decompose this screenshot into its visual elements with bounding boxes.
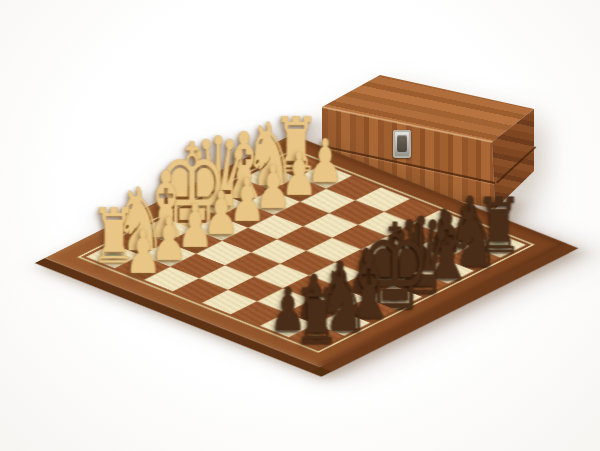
black-rook-h8[interactable]: ♜ <box>293 279 339 355</box>
box-clasp-icon <box>393 130 411 158</box>
box-clasp-slot <box>397 135 407 152</box>
product-photo-stage: ♜♞♝♚♛♝♞♜♟♟♟♟♟♟♟♟♟♟♟♟♟♟♟♟♜♞♝♚♛♝♞♜ <box>0 0 600 451</box>
square-h8[interactable]: ♜ <box>289 324 344 349</box>
